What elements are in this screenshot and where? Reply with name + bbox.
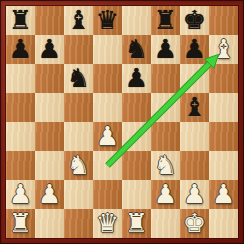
square-e7[interactable]: ♞ xyxy=(122,35,151,64)
square-d3[interactable] xyxy=(93,151,122,180)
square-b1[interactable] xyxy=(35,209,64,238)
piece-white-pawn-h2[interactable]: ♟ xyxy=(209,180,238,209)
square-e8[interactable] xyxy=(122,6,151,35)
square-h8[interactable] xyxy=(209,6,238,35)
square-e6[interactable]: ♟ xyxy=(122,64,151,93)
piece-black-king-g8[interactable]: ♚ xyxy=(180,6,209,35)
square-g7[interactable]: ♟ xyxy=(180,35,209,64)
piece-white-bishop-h7[interactable]: ♝ xyxy=(209,35,238,64)
square-e5[interactable] xyxy=(122,93,151,122)
square-h6[interactable] xyxy=(209,64,238,93)
square-g5[interactable]: ♝ xyxy=(180,93,209,122)
square-g8[interactable]: ♚ xyxy=(180,6,209,35)
square-e3[interactable] xyxy=(122,151,151,180)
square-b2[interactable]: ♟ xyxy=(35,180,64,209)
piece-black-rook-f8[interactable]: ♜ xyxy=(151,6,180,35)
square-a7[interactable]: ♟ xyxy=(6,35,35,64)
piece-white-rook-e1[interactable]: ♜ xyxy=(122,209,151,238)
square-h3[interactable] xyxy=(209,151,238,180)
square-c4[interactable] xyxy=(64,122,93,151)
square-f8[interactable]: ♜ xyxy=(151,6,180,35)
piece-black-queen-d8[interactable]: ♛ xyxy=(93,6,122,35)
square-a1[interactable]: ♜ xyxy=(6,209,35,238)
square-d6[interactable] xyxy=(93,64,122,93)
piece-black-bishop-g5[interactable]: ♝ xyxy=(180,93,209,122)
piece-white-knight-f3[interactable]: ♞ xyxy=(151,151,180,180)
square-c5[interactable] xyxy=(64,93,93,122)
square-e1[interactable]: ♜ xyxy=(122,209,151,238)
square-b3[interactable] xyxy=(35,151,64,180)
square-e4[interactable] xyxy=(122,122,151,151)
square-h1[interactable] xyxy=(209,209,238,238)
chess-board: ♜♝♛♜♚♟♟♞♟♟♝♞♟♝♟♞♞♟♟♟♟♟♜♛♜♚ xyxy=(6,6,238,238)
piece-white-knight-c3[interactable]: ♞ xyxy=(64,151,93,180)
piece-black-rook-a8[interactable]: ♜ xyxy=(6,6,35,35)
square-g3[interactable] xyxy=(180,151,209,180)
piece-black-pawn-b7[interactable]: ♟ xyxy=(35,35,64,64)
board-grid: ♜♝♛♜♚♟♟♞♟♟♝♞♟♝♟♞♞♟♟♟♟♟♜♛♜♚ xyxy=(6,6,238,238)
square-c8[interactable]: ♝ xyxy=(64,6,93,35)
piece-white-queen-d1[interactable]: ♛ xyxy=(93,209,122,238)
square-f6[interactable] xyxy=(151,64,180,93)
square-c6[interactable]: ♞ xyxy=(64,64,93,93)
square-f4[interactable] xyxy=(151,122,180,151)
square-c2[interactable] xyxy=(64,180,93,209)
square-d5[interactable] xyxy=(93,93,122,122)
square-f5[interactable] xyxy=(151,93,180,122)
square-b7[interactable]: ♟ xyxy=(35,35,64,64)
square-b6[interactable] xyxy=(35,64,64,93)
square-g4[interactable] xyxy=(180,122,209,151)
square-f3[interactable]: ♞ xyxy=(151,151,180,180)
piece-white-pawn-f2[interactable]: ♟ xyxy=(151,180,180,209)
square-g6[interactable] xyxy=(180,64,209,93)
square-f1[interactable] xyxy=(151,209,180,238)
square-e2[interactable] xyxy=(122,180,151,209)
piece-black-knight-e7[interactable]: ♞ xyxy=(122,35,151,64)
piece-black-bishop-c8[interactable]: ♝ xyxy=(64,6,93,35)
square-d1[interactable]: ♛ xyxy=(93,209,122,238)
square-a3[interactable] xyxy=(6,151,35,180)
square-a4[interactable] xyxy=(6,122,35,151)
piece-white-pawn-g2[interactable]: ♟ xyxy=(180,180,209,209)
square-d4[interactable]: ♟ xyxy=(93,122,122,151)
piece-white-pawn-b2[interactable]: ♟ xyxy=(35,180,64,209)
square-d8[interactable]: ♛ xyxy=(93,6,122,35)
square-a8[interactable]: ♜ xyxy=(6,6,35,35)
square-h5[interactable] xyxy=(209,93,238,122)
square-a6[interactable] xyxy=(6,64,35,93)
piece-white-pawn-a2[interactable]: ♟ xyxy=(6,180,35,209)
square-b5[interactable] xyxy=(35,93,64,122)
piece-white-pawn-d4[interactable]: ♟ xyxy=(93,122,122,151)
square-h2[interactable]: ♟ xyxy=(209,180,238,209)
square-b8[interactable] xyxy=(35,6,64,35)
square-f7[interactable]: ♟ xyxy=(151,35,180,64)
piece-black-knight-c6[interactable]: ♞ xyxy=(64,64,93,93)
square-d7[interactable] xyxy=(93,35,122,64)
board-frame: ♜♝♛♜♚♟♟♞♟♟♝♞♟♝♟♞♞♟♟♟♟♟♜♛♜♚ xyxy=(0,0,244,244)
square-h4[interactable] xyxy=(209,122,238,151)
piece-white-king-g1[interactable]: ♚ xyxy=(180,209,209,238)
square-d2[interactable] xyxy=(93,180,122,209)
square-h7[interactable]: ♝ xyxy=(209,35,238,64)
square-g1[interactable]: ♚ xyxy=(180,209,209,238)
piece-black-pawn-g7[interactable]: ♟ xyxy=(180,35,209,64)
square-a5[interactable] xyxy=(6,93,35,122)
piece-white-rook-a1[interactable]: ♜ xyxy=(6,209,35,238)
square-g2[interactable]: ♟ xyxy=(180,180,209,209)
square-c7[interactable] xyxy=(64,35,93,64)
square-a2[interactable]: ♟ xyxy=(6,180,35,209)
square-f2[interactable]: ♟ xyxy=(151,180,180,209)
square-c1[interactable] xyxy=(64,209,93,238)
square-c3[interactable]: ♞ xyxy=(64,151,93,180)
square-b4[interactable] xyxy=(35,122,64,151)
piece-black-pawn-a7[interactable]: ♟ xyxy=(6,35,35,64)
piece-black-pawn-e6[interactable]: ♟ xyxy=(122,64,151,93)
piece-black-pawn-f7[interactable]: ♟ xyxy=(151,35,180,64)
